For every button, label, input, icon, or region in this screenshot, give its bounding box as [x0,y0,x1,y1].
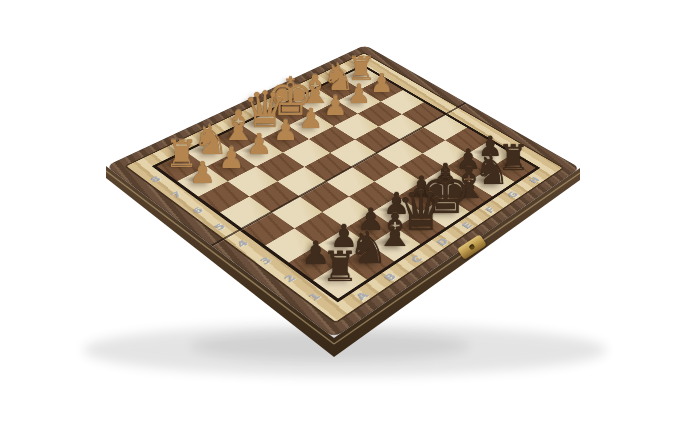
chess-set-photo: 87654321ABCDEFGH ♜♞♝♛♚♝♞♜♟♟♟♟♟♟♟♟♟♟♟♟♟♟♟… [0,0,680,425]
